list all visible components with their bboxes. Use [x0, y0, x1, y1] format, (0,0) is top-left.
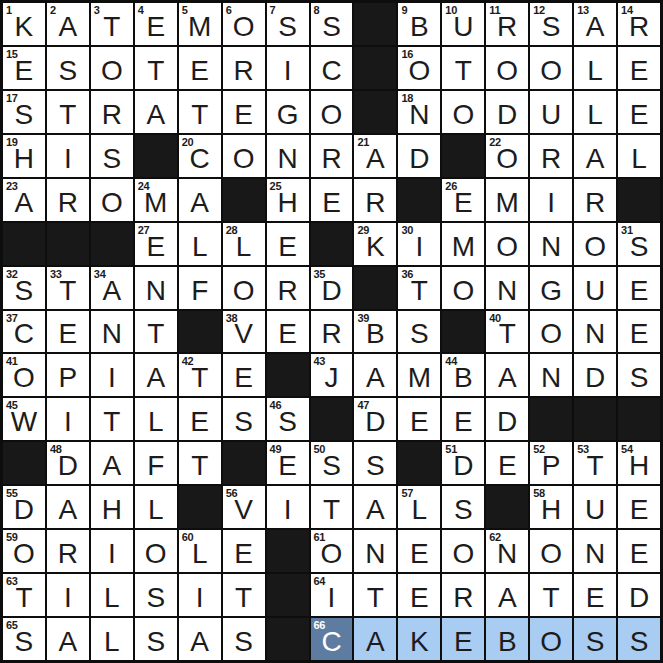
cell-r15c10[interactable]: K	[398, 618, 440, 660]
crossword-grid: 1K2A3T4E5M6O7S8S9B10U11R12S13A14R15ESOTE…	[0, 0, 663, 663]
cell-r12c6[interactable]: 56V	[223, 486, 265, 528]
cell-r7c12[interactable]: N	[486, 267, 528, 309]
black-cell	[3, 442, 45, 484]
cell-letter: S	[630, 628, 649, 660]
cell-r4c1[interactable]: 19H	[3, 135, 45, 177]
cell-r2c6[interactable]: R	[223, 47, 265, 89]
cell-r13c10[interactable]: E	[398, 530, 440, 572]
cell-r12c13[interactable]: 58H	[530, 486, 572, 528]
cell-r5c3[interactable]: O	[91, 179, 133, 221]
cell-r12c1[interactable]: 55D	[3, 486, 45, 528]
cell-r7c13[interactable]: G	[530, 267, 572, 309]
cell-r12c9[interactable]: A	[354, 486, 396, 528]
cell-r11c12[interactable]: E	[486, 442, 528, 484]
cell-r7c10[interactable]: 36T	[398, 267, 440, 309]
cell-r13c15[interactable]: E	[618, 530, 660, 572]
cell-r14c3[interactable]: L	[91, 574, 133, 616]
cell-letter: C	[321, 57, 341, 89]
cell-r12c2[interactable]: A	[47, 486, 89, 528]
cell-r5c2[interactable]: R	[47, 179, 89, 221]
clue-number: 39	[357, 311, 369, 325]
cell-r2c4[interactable]: T	[135, 47, 177, 89]
cell-r8c1[interactable]: 37C	[3, 311, 45, 353]
cell-r14c1[interactable]: 63T	[3, 574, 45, 616]
cell-r14c5[interactable]: I	[179, 574, 221, 616]
clue-number: 9	[401, 3, 407, 17]
cell-r9c9[interactable]: A	[354, 354, 396, 396]
cell-r13c5[interactable]: 60L	[179, 530, 221, 572]
cell-r3c14[interactable]: L	[574, 91, 616, 133]
cell-letter: D	[497, 408, 517, 440]
cell-r1c3[interactable]: 3T	[91, 3, 133, 45]
cell-r3c4[interactable]: A	[135, 91, 177, 133]
cell-r13c2[interactable]: R	[47, 530, 89, 572]
cell-letter: O	[452, 101, 474, 133]
cell-r4c14[interactable]: A	[574, 135, 616, 177]
cell-r12c4[interactable]: L	[135, 486, 177, 528]
cell-r8c8[interactable]: R	[311, 311, 353, 353]
cell-letter: A	[59, 628, 78, 660]
cell-letter: S	[102, 145, 121, 177]
clue-number: 4	[138, 3, 144, 17]
cell-letter: I	[108, 540, 116, 572]
cell-r3c3[interactable]: R	[91, 91, 133, 133]
cell-r5c7[interactable]: 25H	[267, 179, 309, 221]
black-cell	[398, 179, 440, 221]
cell-r4c2[interactable]: I	[47, 135, 89, 177]
cell-letter: L	[236, 233, 252, 265]
cell-r11c2[interactable]: 48D	[47, 442, 89, 484]
cell-r11c7[interactable]: 49E	[267, 442, 309, 484]
cell-letter: R	[497, 13, 517, 45]
cell-r3c13[interactable]: U	[530, 91, 572, 133]
cell-letter: T	[59, 101, 76, 133]
cell-r1c8[interactable]: 8S	[311, 3, 353, 45]
cell-r14c13[interactable]: T	[530, 574, 572, 616]
clue-number: 22	[489, 135, 501, 149]
cell-r10c2[interactable]: I	[47, 398, 89, 440]
cell-r5c1[interactable]: 23A	[3, 179, 45, 221]
cell-r4c13[interactable]: R	[530, 135, 572, 177]
cell-r4c10[interactable]: D	[398, 135, 440, 177]
cell-r3c12[interactable]: D	[486, 91, 528, 133]
cell-letter: O	[540, 57, 562, 89]
cell-letter: N	[146, 277, 166, 309]
cell-r1c6[interactable]: 6O	[223, 3, 265, 45]
cell-letter: R	[585, 189, 605, 221]
cell-r9c10[interactable]: M	[398, 354, 440, 396]
clue-number: 50	[314, 442, 326, 456]
cell-r9c6[interactable]: E	[223, 354, 265, 396]
cell-r1c10[interactable]: 9B	[398, 3, 440, 45]
cell-letter: E	[410, 540, 429, 572]
cell-letter: O	[452, 540, 474, 572]
cell-r13c9[interactable]: N	[354, 530, 396, 572]
cell-r9c15[interactable]: S	[618, 354, 660, 396]
cell-r12c14[interactable]: U	[574, 486, 616, 528]
clue-number: 11	[489, 3, 500, 17]
cell-r7c5[interactable]: F	[179, 267, 221, 309]
cell-r8c15[interactable]: E	[618, 311, 660, 353]
cell-r14c11[interactable]: R	[442, 574, 484, 616]
cell-r8c6[interactable]: 38V	[223, 311, 265, 353]
cell-r7c8[interactable]: 35D	[311, 267, 353, 309]
cell-r7c3[interactable]: 34A	[91, 267, 133, 309]
clue-number: 54	[621, 442, 633, 456]
cell-letter: R	[321, 320, 341, 352]
cell-r2c5[interactable]: E	[179, 47, 221, 89]
clue-number: 15	[6, 47, 18, 61]
cell-r13c6[interactable]: E	[223, 530, 265, 572]
cell-r6c7[interactable]: E	[267, 223, 309, 265]
cell-r1c11[interactable]: 10U	[442, 3, 484, 45]
cell-letter: H	[541, 496, 561, 528]
cell-r5c12[interactable]: M	[486, 179, 528, 221]
cell-r1c15[interactable]: 14R	[618, 3, 660, 45]
cell-r5c13[interactable]: I	[530, 179, 572, 221]
cell-r10c12[interactable]: D	[486, 398, 528, 440]
cell-r7c6[interactable]: O	[223, 267, 265, 309]
cell-letter: S	[630, 364, 649, 396]
cell-r3c5[interactable]: T	[179, 91, 221, 133]
cell-r13c12[interactable]: 62N	[486, 530, 528, 572]
cell-r7c11[interactable]: O	[442, 267, 484, 309]
cell-r4c9[interactable]: 21A	[354, 135, 396, 177]
cell-letter: K	[410, 628, 429, 660]
cell-r9c11[interactable]: 44B	[442, 354, 484, 396]
cell-r5c4[interactable]: 24M	[135, 179, 177, 221]
cell-r11c15[interactable]: 54H	[618, 442, 660, 484]
cell-letter: R	[234, 57, 254, 89]
cell-r1c4[interactable]: 4E	[135, 3, 177, 45]
cell-r3c10[interactable]: 18N	[398, 91, 440, 133]
cell-r4c3[interactable]: S	[91, 135, 133, 177]
clue-number: 46	[270, 398, 282, 412]
cell-r1c5[interactable]: 5M	[179, 3, 221, 45]
clue-number: 53	[577, 442, 589, 456]
cell-r5c8[interactable]: E	[311, 179, 353, 221]
cell-r9c14[interactable]: D	[574, 354, 616, 396]
clue-number: 13	[577, 3, 589, 17]
black-cell	[179, 486, 221, 528]
cell-letter: L	[192, 233, 208, 265]
cell-letter: T	[543, 584, 560, 616]
black-cell	[223, 442, 265, 484]
cell-r10c5[interactable]: E	[179, 398, 221, 440]
cell-r7c7[interactable]: R	[267, 267, 309, 309]
cell-r15c1[interactable]: 65S	[3, 618, 45, 660]
cell-letter: L	[104, 584, 120, 616]
cell-r10c3[interactable]: T	[91, 398, 133, 440]
cell-r2c1[interactable]: 15E	[3, 47, 45, 89]
cell-r9c2[interactable]: P	[47, 354, 89, 396]
cell-r14c9[interactable]: T	[354, 574, 396, 616]
cell-r6c5[interactable]: L	[179, 223, 221, 265]
cell-letter: T	[587, 452, 604, 484]
cell-r10c7[interactable]: 46S	[267, 398, 309, 440]
cell-r11c9[interactable]: S	[354, 442, 396, 484]
cell-r2c10[interactable]: 16O	[398, 47, 440, 89]
cell-letter: E	[234, 540, 253, 572]
cell-r15c13[interactable]: O	[530, 618, 572, 660]
cell-r15c14[interactable]: S	[574, 618, 616, 660]
cell-letter: E	[630, 320, 649, 352]
cell-letter: N	[585, 320, 605, 352]
clue-number: 35	[314, 267, 326, 281]
cell-r8c10[interactable]: S	[398, 311, 440, 353]
black-cell	[311, 398, 353, 440]
cell-letter: L	[631, 145, 647, 177]
cell-r6c11[interactable]: M	[442, 223, 484, 265]
cell-r14c10[interactable]: E	[398, 574, 440, 616]
cell-r15c5[interactable]: A	[179, 618, 221, 660]
cell-r7c14[interactable]: U	[574, 267, 616, 309]
cell-r1c2[interactable]: 2A	[47, 3, 89, 45]
cell-letter: W	[11, 408, 37, 440]
cell-letter: D	[453, 452, 473, 484]
cell-r7c1[interactable]: 32S	[3, 267, 45, 309]
cell-letter: B	[454, 364, 473, 396]
clue-number: 38	[226, 311, 238, 325]
cell-r12c8[interactable]: T	[311, 486, 353, 528]
cell-letter: S	[15, 628, 34, 660]
clue-number: 29	[357, 223, 369, 237]
cell-r14c2[interactable]: I	[47, 574, 89, 616]
cell-r15c12[interactable]: B	[486, 618, 528, 660]
clue-number: 26	[445, 179, 457, 193]
cell-r2c13[interactable]: O	[530, 47, 572, 89]
cell-r12c11[interactable]: S	[442, 486, 484, 528]
cell-letter: M	[408, 364, 431, 396]
cell-r3c11[interactable]: O	[442, 91, 484, 133]
cell-r8c2[interactable]: E	[47, 311, 89, 353]
cell-letter: E	[278, 452, 297, 484]
cell-r11c13[interactable]: 52P	[530, 442, 572, 484]
cell-letter: N	[409, 101, 429, 133]
cell-r6c15[interactable]: 31S	[618, 223, 660, 265]
cell-r15c15[interactable]: S	[618, 618, 660, 660]
clue-number: 10	[445, 3, 457, 17]
clue-number: 44	[445, 354, 457, 368]
cell-letter: B	[410, 13, 429, 45]
cell-r9c5[interactable]: 42T	[179, 354, 221, 396]
cell-r4c5[interactable]: 20C	[179, 135, 221, 177]
clue-number: 43	[314, 354, 326, 368]
cell-r12c10[interactable]: 57L	[398, 486, 440, 528]
cell-r14c15[interactable]: D	[618, 574, 660, 616]
cell-r9c1[interactable]: 41O	[3, 354, 45, 396]
cell-r2c7[interactable]: I	[267, 47, 309, 89]
cell-r2c3[interactable]: O	[91, 47, 133, 89]
cell-r15c11[interactable]: E	[442, 618, 484, 660]
cell-r8c9[interactable]: 39B	[354, 311, 396, 353]
cell-letter: E	[586, 584, 605, 616]
cell-letter: I	[415, 233, 423, 265]
black-cell	[267, 354, 309, 396]
cell-letter: M	[452, 233, 475, 265]
cell-letter: U	[585, 277, 605, 309]
cell-r6c6[interactable]: 28L	[223, 223, 265, 265]
cell-r8c4[interactable]: T	[135, 311, 177, 353]
cell-r4c12[interactable]: 22O	[486, 135, 528, 177]
cell-r2c12[interactable]: O	[486, 47, 528, 89]
cell-r3c7[interactable]: G	[267, 91, 309, 133]
cell-r15c3[interactable]: L	[91, 618, 133, 660]
cell-letter: S	[15, 277, 34, 309]
cell-r11c5[interactable]: T	[179, 442, 221, 484]
cell-r1c14[interactable]: 13A	[574, 3, 616, 45]
cell-letter: O	[452, 277, 474, 309]
cell-r1c7[interactable]: 7S	[267, 3, 309, 45]
cell-r15c6[interactable]: S	[223, 618, 265, 660]
cell-r14c8[interactable]: 64I	[311, 574, 353, 616]
cell-r6c13[interactable]: N	[530, 223, 572, 265]
cell-r10c9[interactable]: 47D	[354, 398, 396, 440]
cell-r8c13[interactable]: O	[530, 311, 572, 353]
cell-r5c11[interactable]: 26E	[442, 179, 484, 221]
cell-letter: O	[13, 364, 35, 396]
cell-r15c4[interactable]: S	[135, 618, 177, 660]
cell-r12c15[interactable]: E	[618, 486, 660, 528]
cell-r14c4[interactable]: S	[135, 574, 177, 616]
cell-r8c3[interactable]: N	[91, 311, 133, 353]
cell-letter: T	[411, 277, 428, 309]
cell-r7c4[interactable]: N	[135, 267, 177, 309]
cell-r13c3[interactable]: I	[91, 530, 133, 572]
cell-letter: T	[191, 101, 208, 133]
cell-r1c1[interactable]: 1K	[3, 3, 45, 45]
cell-r11c11[interactable]: 51D	[442, 442, 484, 484]
cell-r2c14[interactable]: L	[574, 47, 616, 89]
cell-letter: E	[454, 408, 473, 440]
cell-r14c6[interactable]: T	[223, 574, 265, 616]
cell-r8c14[interactable]: N	[574, 311, 616, 353]
cell-r1c12[interactable]: 11R	[486, 3, 528, 45]
cell-letter: E	[322, 189, 341, 221]
cell-letter: N	[277, 145, 297, 177]
cell-letter: E	[454, 628, 473, 660]
cell-r12c3[interactable]: H	[91, 486, 133, 528]
cell-r3c8[interactable]: O	[311, 91, 353, 133]
cell-r6c10[interactable]: 30I	[398, 223, 440, 265]
cell-r3c15[interactable]: E	[618, 91, 660, 133]
cell-r14c12[interactable]: A	[486, 574, 528, 616]
cell-r4c15[interactable]: L	[618, 135, 660, 177]
cell-letter: E	[630, 496, 649, 528]
cell-letter: K	[15, 13, 34, 45]
cell-r4c8[interactable]: R	[311, 135, 353, 177]
cell-r9c3[interactable]: I	[91, 354, 133, 396]
cell-r2c2[interactable]: S	[47, 47, 89, 89]
clue-number: 31	[621, 223, 633, 237]
cell-r13c4[interactable]: O	[135, 530, 177, 572]
clue-number: 20	[182, 135, 194, 149]
cell-r7c15[interactable]: E	[618, 267, 660, 309]
cell-letter: D	[629, 584, 649, 616]
cell-r9c4[interactable]: A	[135, 354, 177, 396]
cell-r7c2[interactable]: 33T	[47, 267, 89, 309]
cell-letter: H	[102, 496, 122, 528]
cell-r11c3[interactable]: A	[91, 442, 133, 484]
cell-letter: G	[540, 277, 562, 309]
cell-r11c4[interactable]: F	[135, 442, 177, 484]
black-cell	[91, 223, 133, 265]
cell-r3c2[interactable]: T	[47, 91, 89, 133]
cell-r6c9[interactable]: 29K	[354, 223, 396, 265]
cell-r15c8[interactable]: 66C	[311, 618, 353, 660]
cell-r13c1[interactable]: 59O	[3, 530, 45, 572]
cell-letter: P	[542, 452, 561, 484]
cell-r8c7[interactable]: E	[267, 311, 309, 353]
cell-r10c4[interactable]: L	[135, 398, 177, 440]
cell-r13c14[interactable]: N	[574, 530, 616, 572]
cell-r14c14[interactable]: E	[574, 574, 616, 616]
clue-number: 19	[6, 135, 18, 149]
cell-r5c14[interactable]: R	[574, 179, 616, 221]
cell-r2c8[interactable]: C	[311, 47, 353, 89]
cell-r9c8[interactable]: 43J	[311, 354, 353, 396]
clue-number: 17	[6, 91, 18, 105]
cell-letter: E	[630, 540, 649, 572]
clue-number: 27	[138, 223, 150, 237]
clue-number: 40	[489, 311, 501, 325]
cell-r6c14[interactable]: O	[574, 223, 616, 265]
cell-letter: C	[321, 628, 341, 660]
cell-r5c9[interactable]: R	[354, 179, 396, 221]
cell-r3c1[interactable]: 17S	[3, 91, 45, 133]
cell-r13c13[interactable]: O	[530, 530, 572, 572]
cell-r11c14[interactable]: 53T	[574, 442, 616, 484]
cell-letter: A	[102, 452, 121, 484]
cell-r6c4[interactable]: 27E	[135, 223, 177, 265]
cell-r10c10[interactable]: E	[398, 398, 440, 440]
cell-r12c7[interactable]: I	[267, 486, 309, 528]
cell-letter: E	[410, 408, 429, 440]
cell-letter: V	[234, 496, 253, 528]
black-cell	[574, 398, 616, 440]
cell-r2c11[interactable]: T	[442, 47, 484, 89]
cell-r3c6[interactable]: E	[223, 91, 265, 133]
cell-r13c11[interactable]: O	[442, 530, 484, 572]
cell-letter: H	[277, 189, 297, 221]
cell-r10c11[interactable]: E	[442, 398, 484, 440]
cell-r10c6[interactable]: S	[223, 398, 265, 440]
clue-number: 5	[182, 3, 188, 17]
cell-r9c13[interactable]: N	[530, 354, 572, 396]
cell-r9c12[interactable]: A	[486, 354, 528, 396]
cell-letter: I	[328, 584, 336, 616]
cell-r11c8[interactable]: 50S	[311, 442, 353, 484]
cell-r15c9[interactable]: A	[354, 618, 396, 660]
cell-letter: E	[234, 101, 253, 133]
cell-r13c8[interactable]: 61O	[311, 530, 353, 572]
cell-r2c15[interactable]: E	[618, 47, 660, 89]
cell-r5c5[interactable]: A	[179, 179, 221, 221]
cell-r1c13[interactable]: 12S	[530, 3, 572, 45]
cell-r4c7[interactable]: N	[267, 135, 309, 177]
cell-r4c6[interactable]: O	[223, 135, 265, 177]
cell-letter: M	[496, 189, 519, 221]
cell-letter: F	[147, 452, 164, 484]
cell-r10c1[interactable]: 45W	[3, 398, 45, 440]
cell-letter: E	[59, 320, 78, 352]
cell-letter: M	[188, 13, 211, 45]
cell-r15c2[interactable]: A	[47, 618, 89, 660]
cell-letter: E	[454, 189, 473, 221]
cell-r6c12[interactable]: O	[486, 223, 528, 265]
cell-letter: A	[366, 496, 385, 528]
cell-r8c12[interactable]: 40T	[486, 311, 528, 353]
